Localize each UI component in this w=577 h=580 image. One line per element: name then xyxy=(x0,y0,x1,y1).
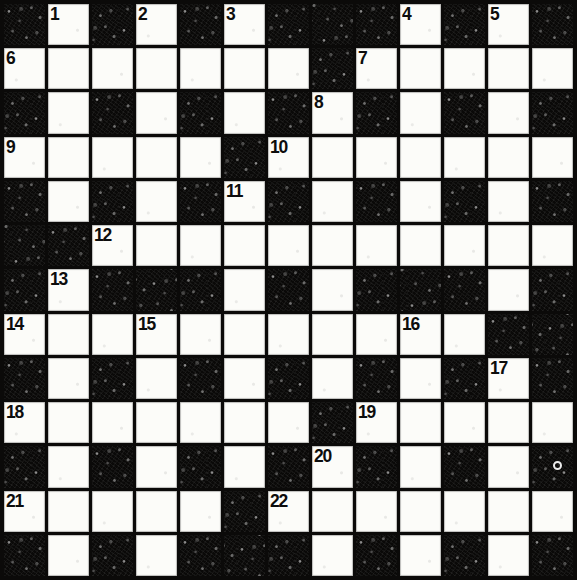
white-cell-r7c5[interactable] xyxy=(224,314,265,355)
black-cell-r4c4 xyxy=(180,181,221,222)
black-cell-r4c8 xyxy=(356,181,397,222)
clue-number-6: 6 xyxy=(6,48,15,68)
white-cell-r11c9[interactable] xyxy=(400,491,441,532)
white-cell-r4c1[interactable] xyxy=(48,181,89,222)
white-cell-r2c11[interactable] xyxy=(488,92,529,133)
black-cell-r12c4 xyxy=(180,535,221,576)
white-cell-r7c9[interactable]: 16 xyxy=(400,314,441,355)
white-cell-r11c7[interactable] xyxy=(312,491,353,532)
black-cell-r0c2 xyxy=(92,4,133,45)
white-cell-r1c12[interactable] xyxy=(532,48,573,89)
white-cell-r3c0[interactable]: 9 xyxy=(4,137,45,178)
white-cell-r0c3[interactable]: 2 xyxy=(136,4,177,45)
black-cell-r0c7 xyxy=(312,4,353,45)
black-cell-r4c6 xyxy=(268,181,309,222)
black-cell-r4c0 xyxy=(4,181,45,222)
white-cell-r8c7[interactable] xyxy=(312,358,353,399)
black-cell-r12c10 xyxy=(444,535,485,576)
black-cell-r10c10 xyxy=(444,446,485,487)
white-cell-r7c8[interactable] xyxy=(356,314,397,355)
black-cell-r2c6 xyxy=(268,92,309,133)
white-cell-r11c4[interactable] xyxy=(180,491,221,532)
black-cell-r8c10 xyxy=(444,358,485,399)
white-cell-r5c4[interactable] xyxy=(180,225,221,266)
white-cell-r9c1[interactable] xyxy=(48,402,89,443)
black-cell-r7c11 xyxy=(488,314,529,355)
black-cell-r0c12 xyxy=(532,4,573,45)
black-cell-r6c4 xyxy=(180,269,221,310)
black-cell-r2c12 xyxy=(532,92,573,133)
clue-number-12: 12 xyxy=(94,225,111,245)
white-cell-r7c10[interactable] xyxy=(444,314,485,355)
white-cell-r4c9[interactable] xyxy=(400,181,441,222)
white-cell-r11c3[interactable] xyxy=(136,491,177,532)
white-cell-r5c2[interactable]: 12 xyxy=(92,225,133,266)
white-cell-r7c4[interactable] xyxy=(180,314,221,355)
clue-number-3: 3 xyxy=(226,4,235,24)
clue-number-4: 4 xyxy=(402,4,411,24)
clue-number-8: 8 xyxy=(314,92,323,112)
white-cell-r9c9[interactable] xyxy=(400,402,441,443)
black-cell-r0c8 xyxy=(356,4,397,45)
black-cell-r8c0 xyxy=(4,358,45,399)
white-cell-r3c3[interactable] xyxy=(136,137,177,178)
clue-number-20: 20 xyxy=(314,446,331,466)
white-cell-r5c5[interactable] xyxy=(224,225,265,266)
black-cell-r3c5 xyxy=(224,137,265,178)
black-cell-r10c8 xyxy=(356,446,397,487)
white-cell-r4c7[interactable] xyxy=(312,181,353,222)
white-cell-r11c10[interactable] xyxy=(444,491,485,532)
white-cell-r1c6[interactable] xyxy=(268,48,309,89)
white-cell-r3c1[interactable] xyxy=(48,137,89,178)
black-cell-r12c6 xyxy=(268,535,309,576)
white-cell-r3c7[interactable] xyxy=(312,137,353,178)
clue-number-11: 11 xyxy=(226,181,242,201)
crossword-board: 12345678910111213141516171819202122 xyxy=(0,0,577,580)
white-cell-r10c1[interactable] xyxy=(48,446,89,487)
white-cell-r11c11[interactable] xyxy=(488,491,529,532)
black-cell-r0c0 xyxy=(4,4,45,45)
white-cell-r0c9[interactable]: 4 xyxy=(400,4,441,45)
white-cell-r10c9[interactable] xyxy=(400,446,441,487)
black-cell-r2c8 xyxy=(356,92,397,133)
clue-number-5: 5 xyxy=(490,4,499,24)
white-cell-r3c6[interactable]: 10 xyxy=(268,137,309,178)
black-cell-r9c7 xyxy=(312,402,353,443)
white-cell-r9c0[interactable]: 18 xyxy=(4,402,45,443)
black-cell-r10c0 xyxy=(4,446,45,487)
black-cell-r6c9 xyxy=(400,269,441,310)
clue-number-16: 16 xyxy=(402,314,419,334)
black-cell-r12c12 xyxy=(532,535,573,576)
white-cell-r2c7[interactable]: 8 xyxy=(312,92,353,133)
white-cell-r6c11[interactable] xyxy=(488,269,529,310)
black-cell-r8c4 xyxy=(180,358,221,399)
white-cell-r7c2[interactable] xyxy=(92,314,133,355)
white-cell-r5c3[interactable] xyxy=(136,225,177,266)
white-cell-r1c3[interactable] xyxy=(136,48,177,89)
white-cell-r2c5[interactable] xyxy=(224,92,265,133)
white-cell-r9c2[interactable] xyxy=(92,402,133,443)
white-cell-r10c11[interactable] xyxy=(488,446,529,487)
white-cell-r5c10[interactable] xyxy=(444,225,485,266)
clue-number-22: 22 xyxy=(270,491,287,511)
white-cell-r6c7[interactable] xyxy=(312,269,353,310)
black-cell-r8c6 xyxy=(268,358,309,399)
white-cell-r12c7[interactable] xyxy=(312,535,353,576)
white-cell-r11c1[interactable] xyxy=(48,491,89,532)
black-cell-r5c0 xyxy=(4,225,45,266)
black-cell-r0c10 xyxy=(444,4,485,45)
black-cell-r6c12 xyxy=(532,269,573,310)
white-cell-r1c5[interactable] xyxy=(224,48,265,89)
black-cell-r6c0 xyxy=(4,269,45,310)
white-cell-r11c2[interactable] xyxy=(92,491,133,532)
white-cell-r0c11[interactable]: 5 xyxy=(488,4,529,45)
white-cell-r1c4[interactable] xyxy=(180,48,221,89)
black-cell-r2c10 xyxy=(444,92,485,133)
black-cell-r6c10 xyxy=(444,269,485,310)
white-cell-r9c6[interactable] xyxy=(268,402,309,443)
white-cell-r10c3[interactable] xyxy=(136,446,177,487)
white-cell-r7c6[interactable] xyxy=(268,314,309,355)
white-cell-r1c1[interactable] xyxy=(48,48,89,89)
black-cell-r0c4 xyxy=(180,4,221,45)
black-cell-r10c6 xyxy=(268,446,309,487)
black-cell-r6c8 xyxy=(356,269,397,310)
white-cell-r4c3[interactable] xyxy=(136,181,177,222)
black-cell-r12c2 xyxy=(92,535,133,576)
clue-number-7: 7 xyxy=(358,48,367,68)
black-cell-r10c2 xyxy=(92,446,133,487)
white-cell-r2c1[interactable] xyxy=(48,92,89,133)
white-cell-r11c8[interactable] xyxy=(356,491,397,532)
white-cell-r7c3[interactable]: 15 xyxy=(136,314,177,355)
white-cell-r3c9[interactable] xyxy=(400,137,441,178)
white-cell-r12c1[interactable] xyxy=(48,535,89,576)
white-cell-r4c11[interactable] xyxy=(488,181,529,222)
white-cell-r10c7[interactable]: 20 xyxy=(312,446,353,487)
white-cell-r1c0[interactable]: 6 xyxy=(4,48,45,89)
black-cell-r7c12 xyxy=(532,314,573,355)
white-cell-r9c4[interactable] xyxy=(180,402,221,443)
white-cell-r2c9[interactable] xyxy=(400,92,441,133)
white-cell-r8c5[interactable] xyxy=(224,358,265,399)
white-cell-r7c0[interactable]: 14 xyxy=(4,314,45,355)
black-cell-r6c6 xyxy=(268,269,309,310)
clue-number-2: 2 xyxy=(138,4,147,24)
clue-number-13: 13 xyxy=(50,269,67,289)
black-cell-r12c8 xyxy=(356,535,397,576)
white-cell-r5c6[interactable] xyxy=(268,225,309,266)
black-cell-r4c12 xyxy=(532,181,573,222)
white-cell-r8c3[interactable] xyxy=(136,358,177,399)
clue-number-18: 18 xyxy=(6,402,23,422)
black-cell-r10c12 xyxy=(532,446,573,487)
white-cell-r10c5[interactable] xyxy=(224,446,265,487)
black-cell-r0c6 xyxy=(268,4,309,45)
clue-number-14: 14 xyxy=(6,314,23,334)
white-cell-r11c6[interactable]: 22 xyxy=(268,491,309,532)
clue-number-1: 1 xyxy=(50,4,59,24)
white-cell-r5c9[interactable] xyxy=(400,225,441,266)
white-cell-r8c1[interactable] xyxy=(48,358,89,399)
black-cell-r4c10 xyxy=(444,181,485,222)
white-cell-r9c12[interactable] xyxy=(532,402,573,443)
black-cell-r12c0 xyxy=(4,535,45,576)
white-cell-r0c1[interactable]: 1 xyxy=(48,4,89,45)
white-cell-r3c12[interactable] xyxy=(532,137,573,178)
white-cell-r5c12[interactable] xyxy=(532,225,573,266)
clue-number-17: 17 xyxy=(490,358,507,378)
black-cell-r1c7 xyxy=(312,48,353,89)
white-cell-r9c8[interactable]: 19 xyxy=(356,402,397,443)
white-cell-r3c2[interactable] xyxy=(92,137,133,178)
white-cell-r5c8[interactable] xyxy=(356,225,397,266)
white-cell-r7c1[interactable] xyxy=(48,314,89,355)
black-cell-r8c8 xyxy=(356,358,397,399)
clue-number-19: 19 xyxy=(358,402,375,422)
white-cell-r11c12[interactable] xyxy=(532,491,573,532)
white-cell-r5c7[interactable] xyxy=(312,225,353,266)
white-cell-r8c11[interactable]: 17 xyxy=(488,358,529,399)
white-cell-r3c4[interactable] xyxy=(180,137,221,178)
black-cell-r10c4 xyxy=(180,446,221,487)
black-cell-r6c2 xyxy=(92,269,133,310)
white-cell-r1c8[interactable]: 7 xyxy=(356,48,397,89)
white-cell-r0c5[interactable]: 3 xyxy=(224,4,265,45)
white-cell-r1c11[interactable] xyxy=(488,48,529,89)
white-cell-r1c9[interactable] xyxy=(400,48,441,89)
black-cell-r2c4 xyxy=(180,92,221,133)
white-cell-r9c5[interactable] xyxy=(224,402,265,443)
white-cell-r11c0[interactable]: 21 xyxy=(4,491,45,532)
white-cell-r6c5[interactable] xyxy=(224,269,265,310)
clue-number-21: 21 xyxy=(6,491,23,511)
white-cell-r9c11[interactable] xyxy=(488,402,529,443)
white-cell-r12c11[interactable] xyxy=(488,535,529,576)
black-cell-r8c2 xyxy=(92,358,133,399)
white-cell-r3c8[interactable] xyxy=(356,137,397,178)
black-cell-r2c2 xyxy=(92,92,133,133)
white-cell-r6c1[interactable]: 13 xyxy=(48,269,89,310)
black-cell-r6c3 xyxy=(136,269,177,310)
white-cell-r8c9[interactable] xyxy=(400,358,441,399)
white-cell-r4c5[interactable]: 11 xyxy=(224,181,265,222)
clue-number-10: 10 xyxy=(270,137,287,157)
white-cell-r5c11[interactable] xyxy=(488,225,529,266)
black-cell-r2c0 xyxy=(4,92,45,133)
black-cell-r11c5 xyxy=(224,491,265,532)
clue-number-15: 15 xyxy=(138,314,155,334)
black-cell-r4c2 xyxy=(92,181,133,222)
white-cell-r9c3[interactable] xyxy=(136,402,177,443)
white-cell-r3c11[interactable] xyxy=(488,137,529,178)
white-cell-r7c7[interactable] xyxy=(312,314,353,355)
white-cell-r12c9[interactable] xyxy=(400,535,441,576)
white-cell-r1c10[interactable] xyxy=(444,48,485,89)
white-cell-r2c3[interactable] xyxy=(136,92,177,133)
white-cell-r3c10[interactable] xyxy=(444,137,485,178)
white-cell-r1c2[interactable] xyxy=(92,48,133,89)
white-cell-r9c10[interactable] xyxy=(444,402,485,443)
clue-number-9: 9 xyxy=(6,137,15,157)
black-cell-r8c12 xyxy=(532,358,573,399)
black-cell-r5c1 xyxy=(48,225,89,266)
white-cell-r12c3[interactable] xyxy=(136,535,177,576)
black-cell-r12c5 xyxy=(224,535,265,576)
